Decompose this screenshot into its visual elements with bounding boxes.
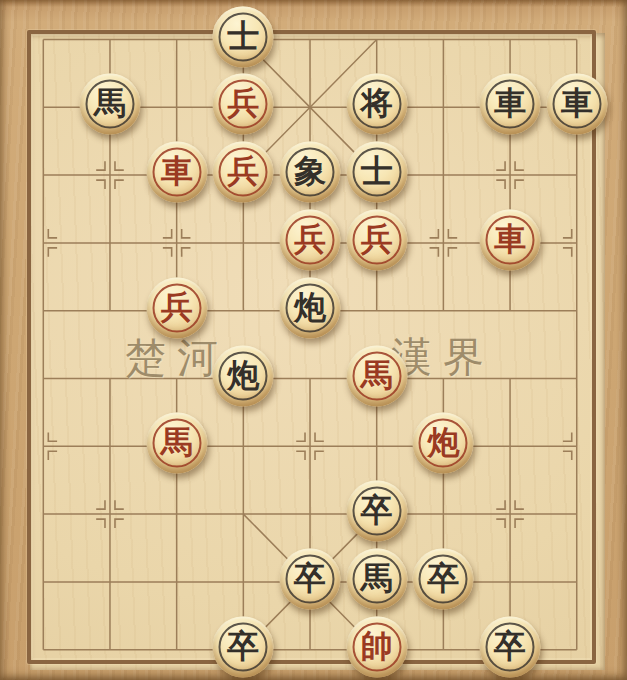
piece-glyph: 帥 [346, 616, 407, 677]
piece-black-elephant[interactable]: 象 [280, 142, 341, 203]
piece-black-horse[interactable]: 馬 [346, 548, 407, 609]
piece-red-chariot[interactable]: 車 [480, 209, 541, 270]
piece-glyph: 卒 [413, 548, 474, 609]
piece-glyph: 士 [213, 6, 274, 67]
piece-glyph: 馬 [346, 345, 407, 406]
piece-black-horse[interactable]: 馬 [79, 74, 140, 135]
piece-red-soldier[interactable]: 兵 [213, 142, 274, 203]
piece-glyph: 兵 [213, 74, 274, 135]
piece-black-soldier[interactable]: 卒 [280, 548, 341, 609]
piece-glyph: 卒 [480, 616, 541, 677]
piece-black-cannon[interactable]: 炮 [213, 345, 274, 406]
piece-glyph: 兵 [346, 209, 407, 270]
piece-glyph: 卒 [280, 548, 341, 609]
piece-red-soldier[interactable]: 兵 [280, 209, 341, 270]
piece-red-soldier[interactable]: 兵 [146, 277, 207, 338]
piece-glyph: 車 [546, 74, 607, 135]
piece-red-soldier[interactable]: 兵 [213, 74, 274, 135]
piece-red-horse[interactable]: 馬 [146, 413, 207, 474]
piece-red-general[interactable]: 帥 [346, 616, 407, 677]
piece-glyph: 兵 [280, 209, 341, 270]
piece-glyph: 卒 [213, 616, 274, 677]
piece-glyph: 炮 [413, 413, 474, 474]
piece-black-advisor[interactable]: 士 [346, 142, 407, 203]
piece-black-cannon[interactable]: 炮 [280, 277, 341, 338]
piece-black-chariot[interactable]: 車 [480, 74, 541, 135]
piece-glyph: 馬 [346, 548, 407, 609]
piece-glyph: 兵 [213, 142, 274, 203]
piece-glyph: 馬 [79, 74, 140, 135]
piece-black-chariot[interactable]: 車 [546, 74, 607, 135]
piece-black-soldier[interactable]: 卒 [213, 616, 274, 677]
piece-black-general[interactable]: 将 [346, 74, 407, 135]
piece-glyph: 象 [280, 142, 341, 203]
piece-glyph: 馬 [146, 413, 207, 474]
piece-glyph: 車 [146, 142, 207, 203]
piece-red-cannon[interactable]: 炮 [413, 413, 474, 474]
piece-black-soldier[interactable]: 卒 [480, 616, 541, 677]
xiangqi-app: 楚河 漢界 士馬兵将車車車兵象士兵兵車兵炮炮馬馬炮卒卒馬卒卒帥卒 [0, 0, 627, 680]
piece-glyph: 炮 [213, 345, 274, 406]
piece-black-soldier[interactable]: 卒 [346, 481, 407, 542]
piece-glyph: 士 [346, 142, 407, 203]
piece-glyph: 炮 [280, 277, 341, 338]
piece-glyph: 車 [480, 74, 541, 135]
piece-black-advisor[interactable]: 士 [213, 6, 274, 67]
piece-glyph: 将 [346, 74, 407, 135]
piece-red-chariot[interactable]: 車 [146, 142, 207, 203]
piece-red-soldier[interactable]: 兵 [346, 209, 407, 270]
piece-red-horse[interactable]: 馬 [346, 345, 407, 406]
piece-glyph: 車 [480, 209, 541, 270]
piece-black-soldier[interactable]: 卒 [413, 548, 474, 609]
piece-glyph: 兵 [146, 277, 207, 338]
piece-glyph: 卒 [346, 481, 407, 542]
